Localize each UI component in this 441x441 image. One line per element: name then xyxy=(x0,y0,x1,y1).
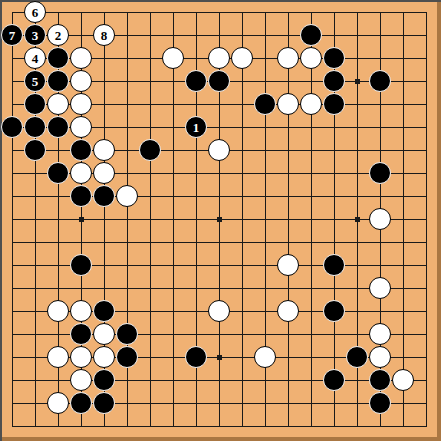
stone-black-col15-row4[interactable] xyxy=(323,70,345,92)
stone-black-col2-row2[interactable]: 3 xyxy=(24,24,46,46)
stone-black-col15-row5[interactable] xyxy=(323,93,345,115)
stone-white-col8-row3[interactable] xyxy=(162,47,184,69)
star-point-4-10 xyxy=(79,217,84,222)
star-point-10-16 xyxy=(217,355,222,360)
grid-line-vertical-11 xyxy=(242,12,243,427)
grid-line-horizontal-11 xyxy=(12,242,427,243)
stone-black-col17-row17[interactable] xyxy=(369,369,391,391)
stone-white-col13-row14[interactable] xyxy=(277,300,299,322)
stone-white-col4-row16[interactable] xyxy=(70,346,92,368)
stone-white-col3-row18[interactable] xyxy=(47,392,69,414)
stone-black-col2-row6[interactable] xyxy=(24,116,46,138)
move-number-label-5: 5 xyxy=(32,75,39,88)
stone-white-col4-row4[interactable] xyxy=(70,70,92,92)
stone-black-col15-row14[interactable] xyxy=(323,300,345,322)
move-number-label-8: 8 xyxy=(101,29,108,42)
stone-white-col5-row7[interactable] xyxy=(93,139,115,161)
stone-black-col17-row18[interactable] xyxy=(369,392,391,414)
stone-black-col17-row8[interactable] xyxy=(369,162,391,184)
stone-white-col13-row5[interactable] xyxy=(277,93,299,115)
stone-black-col3-row6[interactable] xyxy=(47,116,69,138)
stone-white-col2-row3[interactable]: 4 xyxy=(24,47,46,69)
stone-white-col4-row17[interactable] xyxy=(70,369,92,391)
grid-line-vertical-19 xyxy=(426,12,427,427)
stone-white-col3-row5[interactable] xyxy=(47,93,69,115)
stone-white-col13-row3[interactable] xyxy=(277,47,299,69)
stone-black-col17-row4[interactable] xyxy=(369,70,391,92)
stone-black-col15-row17[interactable] xyxy=(323,369,345,391)
stone-white-col10-row7[interactable] xyxy=(208,139,230,161)
stone-white-col10-row3[interactable] xyxy=(208,47,230,69)
stone-white-col2-row1[interactable]: 6 xyxy=(24,1,46,23)
stone-black-col4-row9[interactable] xyxy=(70,185,92,207)
star-point-16-4 xyxy=(355,79,360,84)
move-number-label-1: 1 xyxy=(193,121,200,134)
grid-line-vertical-13 xyxy=(288,12,289,427)
stone-white-col4-row5[interactable] xyxy=(70,93,92,115)
stone-white-col18-row17[interactable] xyxy=(392,369,414,391)
stone-white-col4-row3[interactable] xyxy=(70,47,92,69)
move-number-label-4: 4 xyxy=(32,52,39,65)
stone-white-col10-row14[interactable] xyxy=(208,300,230,322)
move-number-label-3: 3 xyxy=(32,29,39,42)
stone-black-col4-row15[interactable] xyxy=(70,323,92,345)
stone-black-col2-row7[interactable] xyxy=(24,139,46,161)
stone-black-col16-row16[interactable] xyxy=(346,346,368,368)
stone-white-col12-row16[interactable] xyxy=(254,346,276,368)
stone-white-col4-row6[interactable] xyxy=(70,116,92,138)
stone-white-col17-row15[interactable] xyxy=(369,323,391,345)
stone-white-col17-row10[interactable] xyxy=(369,208,391,230)
grid-line-vertical-14 xyxy=(311,12,312,427)
stone-white-col6-row9[interactable] xyxy=(116,185,138,207)
stone-black-col5-row17[interactable] xyxy=(93,369,115,391)
stone-white-col5-row8[interactable] xyxy=(93,162,115,184)
stone-black-col12-row5[interactable] xyxy=(254,93,276,115)
stone-black-col15-row3[interactable] xyxy=(323,47,345,69)
stone-white-col17-row16[interactable] xyxy=(369,346,391,368)
stone-black-col4-row18[interactable] xyxy=(70,392,92,414)
stone-black-col1-row6[interactable] xyxy=(1,116,23,138)
stone-black-col5-row18[interactable] xyxy=(93,392,115,414)
stone-black-col4-row7[interactable] xyxy=(70,139,92,161)
stone-white-col4-row8[interactable] xyxy=(70,162,92,184)
grid-line-horizontal-19 xyxy=(12,426,427,427)
stone-black-col1-row2[interactable]: 7 xyxy=(1,24,23,46)
move-number-label-2: 2 xyxy=(55,29,62,42)
stone-white-col4-row14[interactable] xyxy=(70,300,92,322)
grid-line-horizontal-13 xyxy=(12,288,427,289)
stone-black-col9-row6[interactable]: 1 xyxy=(185,116,207,138)
stone-black-col2-row5[interactable] xyxy=(24,93,46,115)
stone-black-col4-row12[interactable] xyxy=(70,254,92,276)
stone-white-col3-row2[interactable]: 2 xyxy=(47,24,69,46)
stone-black-col15-row12[interactable] xyxy=(323,254,345,276)
stone-black-col9-row16[interactable] xyxy=(185,346,207,368)
stone-white-col14-row5[interactable] xyxy=(300,93,322,115)
stone-black-col10-row4[interactable] xyxy=(208,70,230,92)
stone-black-col3-row4[interactable] xyxy=(47,70,69,92)
go-board[interactable]: 67328451 xyxy=(0,0,441,441)
stone-black-col5-row9[interactable] xyxy=(93,185,115,207)
star-point-10-10 xyxy=(217,217,222,222)
stone-white-col5-row16[interactable] xyxy=(93,346,115,368)
star-point-16-10 xyxy=(355,217,360,222)
stone-black-col3-row8[interactable] xyxy=(47,162,69,184)
stone-black-col7-row7[interactable] xyxy=(139,139,161,161)
grid-line-vertical-18 xyxy=(403,12,404,427)
stone-black-col14-row2[interactable] xyxy=(300,24,322,46)
stone-white-col14-row3[interactable] xyxy=(300,47,322,69)
stone-white-col3-row14[interactable] xyxy=(47,300,69,322)
stone-black-col6-row15[interactable] xyxy=(116,323,138,345)
stone-white-col13-row12[interactable] xyxy=(277,254,299,276)
move-number-label-7: 7 xyxy=(9,29,16,42)
stone-black-col6-row16[interactable] xyxy=(116,346,138,368)
stone-white-col11-row3[interactable] xyxy=(231,47,253,69)
stone-black-col5-row14[interactable] xyxy=(93,300,115,322)
stone-black-col2-row4[interactable]: 5 xyxy=(24,70,46,92)
stone-black-col9-row4[interactable] xyxy=(185,70,207,92)
stone-white-col17-row13[interactable] xyxy=(369,277,391,299)
stone-black-col3-row3[interactable] xyxy=(47,47,69,69)
move-number-label-6: 6 xyxy=(32,6,39,19)
stone-white-col3-row16[interactable] xyxy=(47,346,69,368)
stone-white-col5-row15[interactable] xyxy=(93,323,115,345)
stone-white-col5-row2[interactable]: 8 xyxy=(93,24,115,46)
